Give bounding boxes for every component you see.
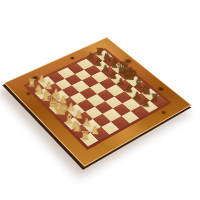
black-rook[interactable]: ♜ bbox=[150, 92, 161, 104]
square-d4[interactable] bbox=[79, 87, 97, 99]
board-photo: ♜♞♝♛♚♝♞♜♟♟♟♟♟♟♟♟♟♟♟♟♟♟♟♟♜♞♝♛♚♝♞♜ bbox=[0, 0, 200, 200]
square-h8[interactable]: ♜ bbox=[150, 95, 168, 107]
board-grid: ♜♞♝♛♚♝♞♜♟♟♟♟♟♟♟♟♟♟♟♟♟♟♟♟♜♞♝♛♚♝♞♜ bbox=[27, 50, 167, 146]
white-pawn[interactable]: ♟ bbox=[90, 125, 100, 136]
white-rook[interactable]: ♜ bbox=[79, 129, 91, 142]
black-pawn[interactable]: ♟ bbox=[141, 98, 151, 109]
camera-roll-wrapper: ♜♞♝♛♚♝♞♜♟♟♟♟♟♟♟♟♟♟♟♟♟♟♟♟♜♞♝♛♚♝♞♜ bbox=[0, 0, 200, 200]
chess-board: ♜♞♝♛♚♝♞♜♟♟♟♟♟♟♟♟♟♟♟♟♟♟♟♟♜♞♝♛♚♝♞♜ bbox=[4, 37, 192, 167]
board-inner-band: ♜♞♝♛♚♝♞♜♟♟♟♟♟♟♟♟♟♟♟♟♟♟♟♟♜♞♝♛♚♝♞♜ bbox=[23, 48, 172, 150]
